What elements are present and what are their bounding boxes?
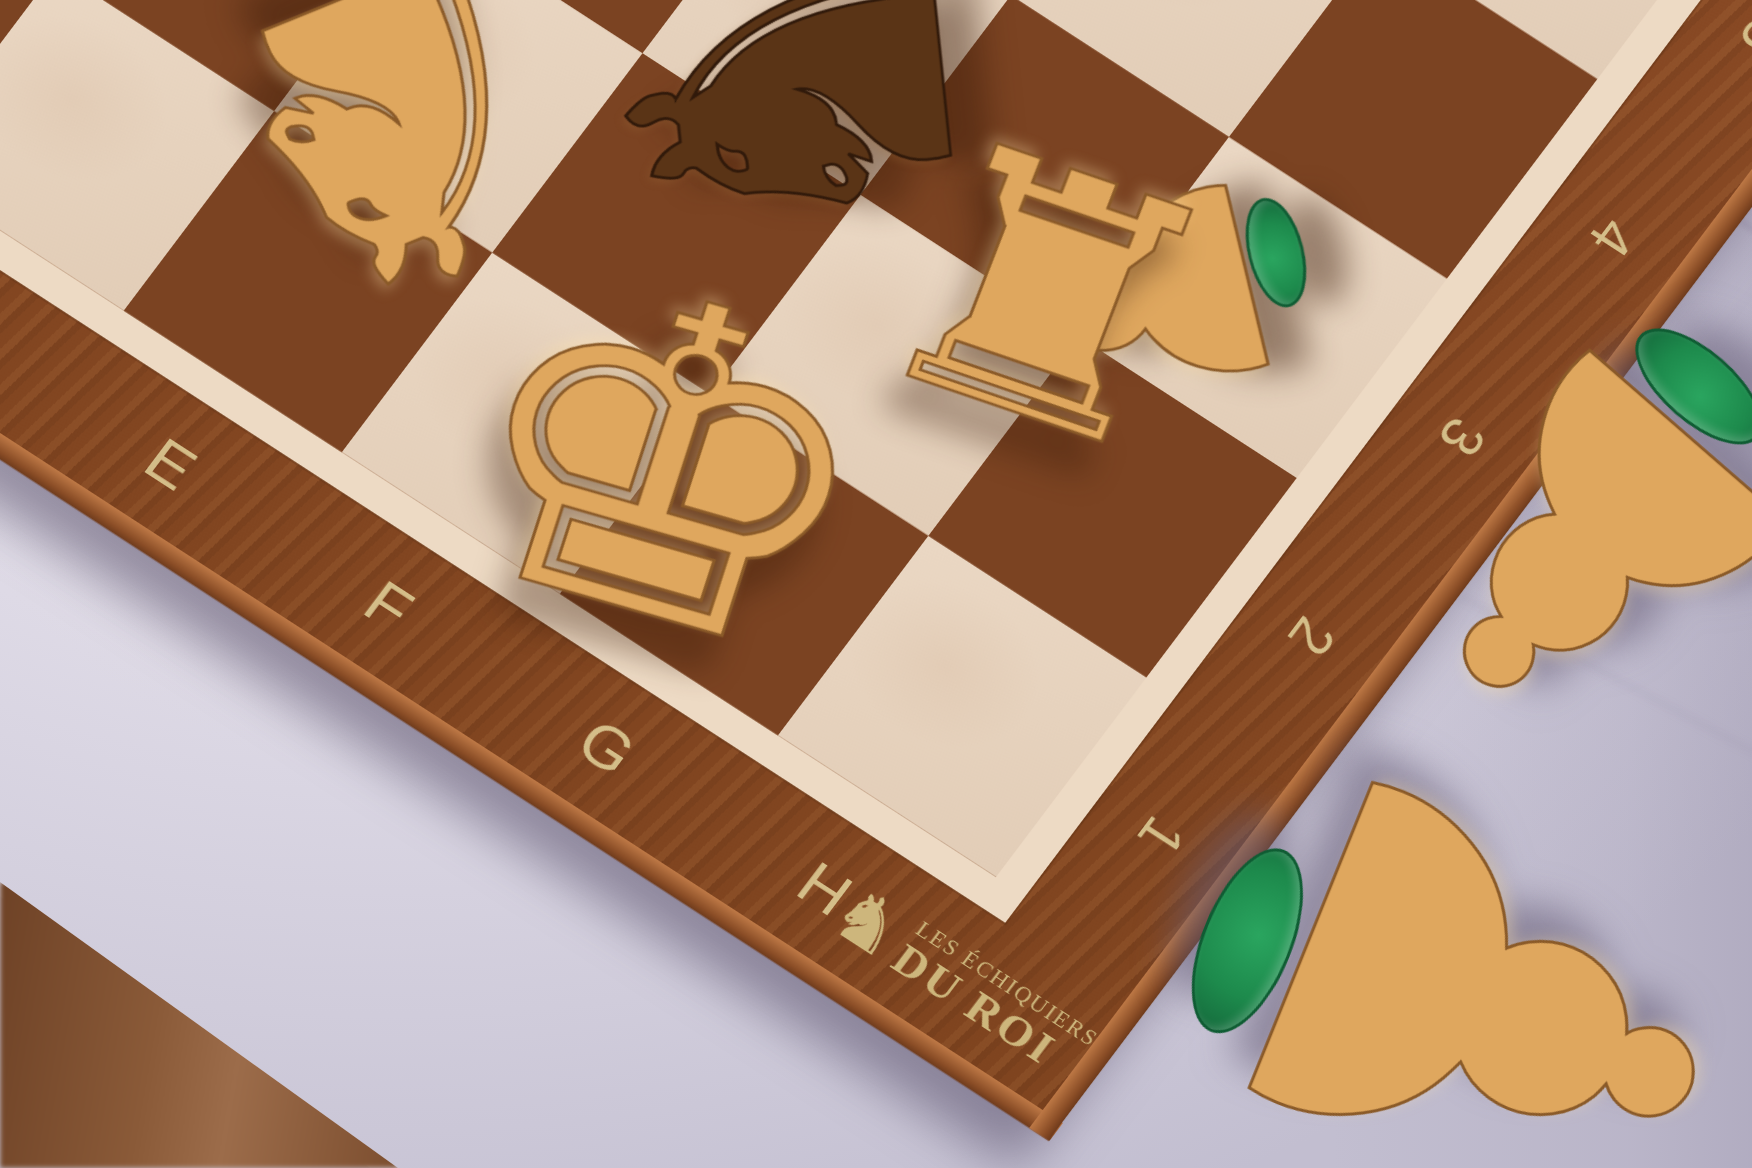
wood-floor: [0, 882, 398, 1168]
photo-scene: ♞♞♟♜♚ ABCDEFGH12345678 ♞ LES ÉCHIQUIERS …: [0, 0, 1752, 1168]
